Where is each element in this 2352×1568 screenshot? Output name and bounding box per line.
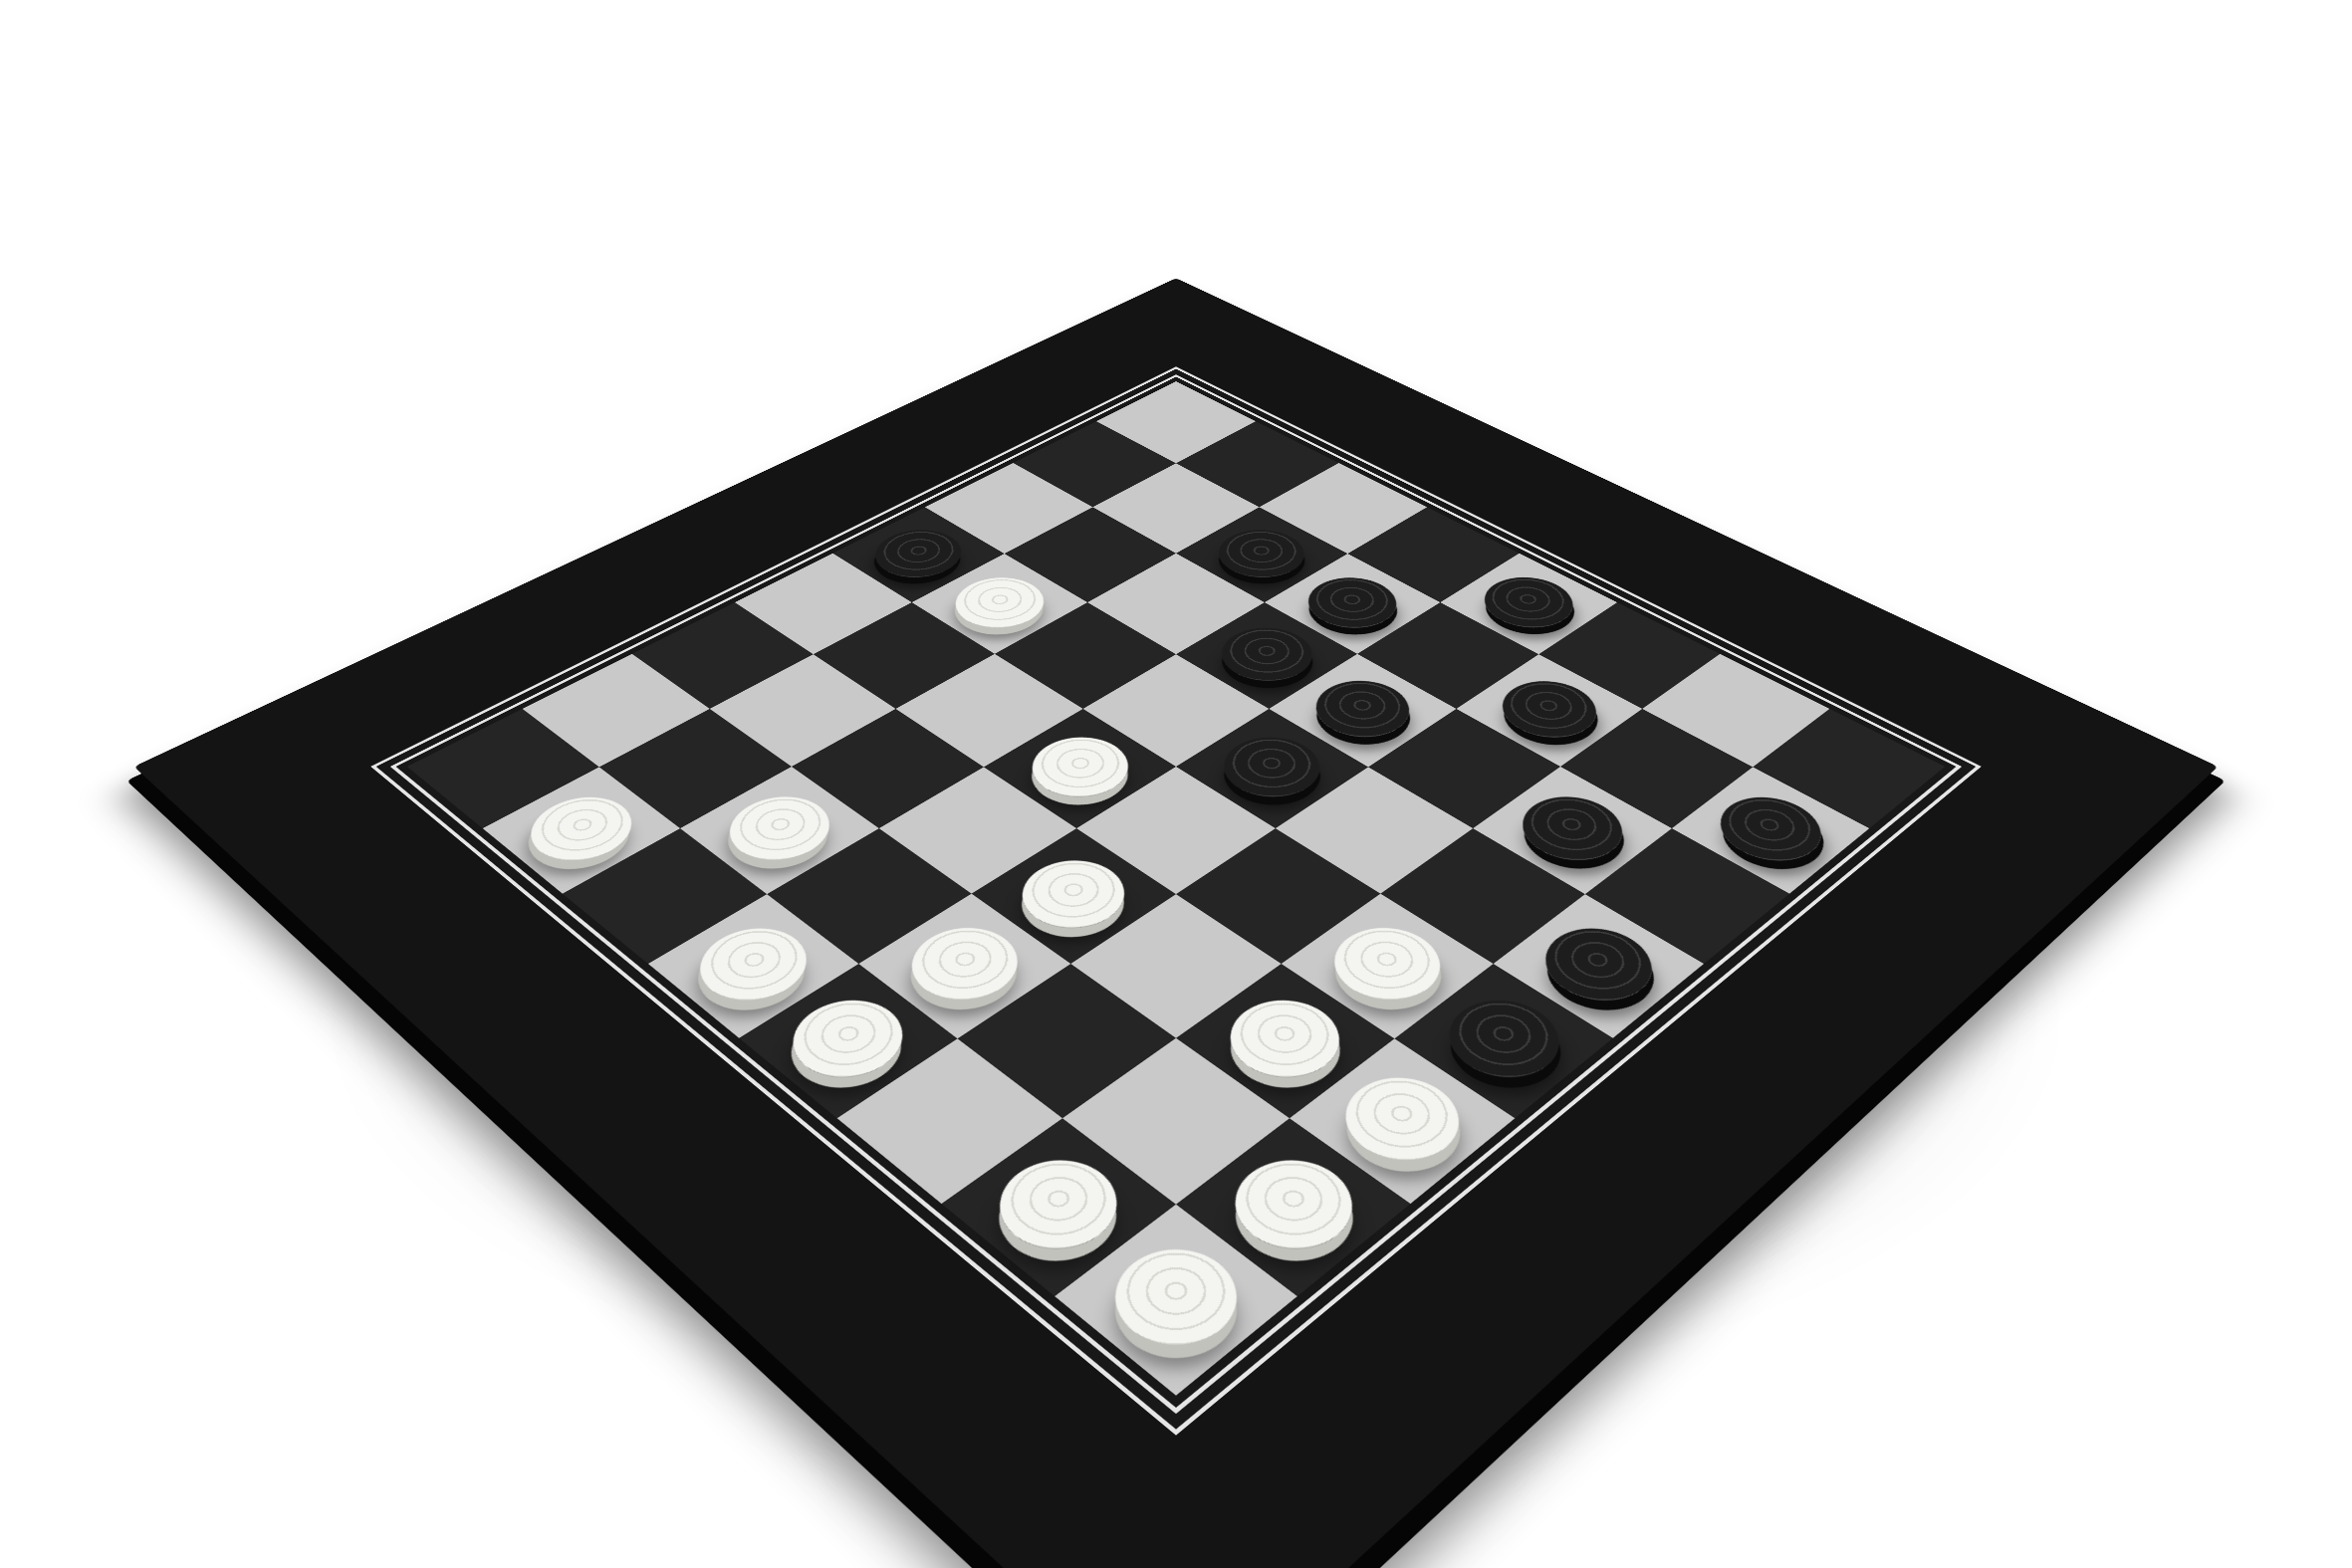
white-checker-piece[interactable] [976,1143,1141,1268]
product-photo-stage [0,0,2352,1568]
white-checker-piece[interactable] [890,914,1039,1015]
white-checker-piece[interactable] [1211,1143,1376,1268]
white-checker-piece[interactable] [1090,1231,1262,1365]
checkers-board-frame [133,278,2218,1568]
checkerboard-grid [407,381,1945,1396]
scene [0,0,2352,1568]
playing-area [370,366,1982,1436]
square-r7c7-light[interactable] [1055,1204,1297,1396]
